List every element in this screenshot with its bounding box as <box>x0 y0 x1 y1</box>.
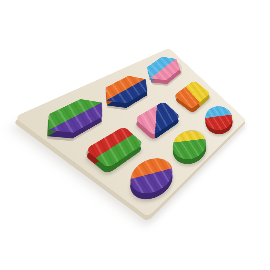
board-surface <box>14 48 246 217</box>
product-photo-canvas <box>0 0 270 270</box>
piece-r3c3-circle[interactable] <box>199 103 237 137</box>
puzzle-board <box>14 48 246 217</box>
piece-r2c3-square[interactable] <box>174 82 211 111</box>
piece-r2c1-square[interactable] <box>85 129 144 172</box>
piece-r1c2-hexagon[interactable] <box>96 74 154 111</box>
piece-r2c2-square[interactable] <box>135 103 181 138</box>
